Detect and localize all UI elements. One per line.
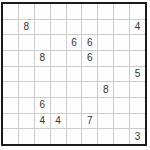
clue-cell: 8 bbox=[19, 20, 34, 35]
grid-cell[interactable] bbox=[19, 67, 34, 82]
grid-cell[interactable] bbox=[3, 4, 18, 19]
grid-cell[interactable] bbox=[130, 82, 145, 97]
grid-cell[interactable] bbox=[98, 114, 113, 129]
grid-cell[interactable] bbox=[3, 114, 18, 129]
grid-cell[interactable] bbox=[114, 82, 129, 97]
clue-cell: 7 bbox=[82, 114, 97, 129]
clue-cell: 4 bbox=[130, 20, 145, 35]
grid-cell[interactable] bbox=[98, 51, 113, 66]
grid-cell[interactable] bbox=[67, 114, 82, 129]
grid-cell[interactable] bbox=[82, 82, 97, 97]
grid-cell[interactable] bbox=[130, 98, 145, 113]
grid-cell[interactable] bbox=[35, 129, 50, 144]
grid-cell[interactable] bbox=[67, 129, 82, 144]
grid-cell[interactable] bbox=[19, 98, 34, 113]
grid-cell[interactable] bbox=[3, 98, 18, 113]
grid-cell[interactable] bbox=[82, 129, 97, 144]
grid-cell[interactable] bbox=[98, 129, 113, 144]
grid-cell[interactable] bbox=[130, 35, 145, 50]
grid-cell[interactable] bbox=[98, 67, 113, 82]
grid-cell[interactable] bbox=[19, 35, 34, 50]
grid-cell[interactable] bbox=[19, 82, 34, 97]
grid-cell[interactable] bbox=[98, 20, 113, 35]
grid-cell[interactable] bbox=[51, 51, 66, 66]
grid-cell[interactable] bbox=[67, 20, 82, 35]
grid-cell[interactable] bbox=[67, 4, 82, 19]
clue-cell: 6 bbox=[35, 98, 50, 113]
grid-cell[interactable] bbox=[19, 129, 34, 144]
grid-cell[interactable] bbox=[130, 51, 145, 66]
grid-cell[interactable] bbox=[35, 67, 50, 82]
grid-cell[interactable] bbox=[130, 4, 145, 19]
grid-cell[interactable] bbox=[3, 20, 18, 35]
clue-cell: 8 bbox=[98, 82, 113, 97]
grid-cell[interactable] bbox=[114, 129, 129, 144]
grid-cell[interactable] bbox=[98, 4, 113, 19]
grid-cell[interactable] bbox=[114, 20, 129, 35]
clue-cell: 5 bbox=[130, 67, 145, 82]
grid-cell[interactable] bbox=[51, 98, 66, 113]
clue-cell: 6 bbox=[67, 35, 82, 50]
grid-cell[interactable] bbox=[114, 114, 129, 129]
grid-cell[interactable] bbox=[3, 35, 18, 50]
clue-cell: 4 bbox=[35, 114, 50, 129]
grid-cell[interactable] bbox=[114, 98, 129, 113]
grid-cell[interactable] bbox=[130, 114, 145, 129]
grid-cell[interactable] bbox=[3, 67, 18, 82]
grid-cell[interactable] bbox=[19, 114, 34, 129]
grid-cell[interactable] bbox=[51, 20, 66, 35]
grid-cell[interactable] bbox=[67, 67, 82, 82]
grid-cell[interactable] bbox=[82, 4, 97, 19]
grid-cell[interactable] bbox=[98, 98, 113, 113]
grid-cell[interactable] bbox=[114, 4, 129, 19]
grid-cell[interactable] bbox=[82, 98, 97, 113]
clue-cell: 6 bbox=[82, 51, 97, 66]
clue-cell: 8 bbox=[35, 51, 50, 66]
grid-cell[interactable] bbox=[35, 20, 50, 35]
grid-cell[interactable] bbox=[3, 82, 18, 97]
grid-cell[interactable] bbox=[67, 51, 82, 66]
grid-cell[interactable] bbox=[35, 35, 50, 50]
grid-cell[interactable] bbox=[35, 4, 50, 19]
grid-cell[interactable] bbox=[114, 35, 129, 50]
clue-cell: 4 bbox=[51, 114, 66, 129]
grid-cell[interactable] bbox=[3, 129, 18, 144]
grid-cell[interactable] bbox=[67, 82, 82, 97]
grid-cell[interactable] bbox=[114, 67, 129, 82]
clue-cell: 3 bbox=[130, 129, 145, 144]
clue-cell: 6 bbox=[82, 35, 97, 50]
grid-cell[interactable] bbox=[51, 35, 66, 50]
grid-cell[interactable] bbox=[82, 67, 97, 82]
grid-cell[interactable] bbox=[3, 51, 18, 66]
grid-cell[interactable] bbox=[98, 35, 113, 50]
grid-cell[interactable] bbox=[67, 98, 82, 113]
grid-cell[interactable] bbox=[51, 4, 66, 19]
grid-cell[interactable] bbox=[51, 67, 66, 82]
grid-cell[interactable] bbox=[35, 82, 50, 97]
grid-cell[interactable] bbox=[114, 51, 129, 66]
grid-cell[interactable] bbox=[51, 129, 66, 144]
grid-cell[interactable] bbox=[19, 51, 34, 66]
puzzle-board: 8466865864473 bbox=[1, 2, 147, 146]
grid-cell[interactable] bbox=[19, 4, 34, 19]
grid-cell[interactable] bbox=[82, 20, 97, 35]
grid-cell[interactable] bbox=[51, 82, 66, 97]
